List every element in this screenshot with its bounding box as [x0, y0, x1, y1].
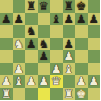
square-c8[interactable]: ♜ [25, 0, 38, 13]
square-f8[interactable]: ♜ [63, 0, 76, 13]
square-g1[interactable]: ♚ [75, 88, 88, 101]
square-d7[interactable] [38, 13, 51, 26]
square-a7[interactable]: ♟ [0, 13, 13, 26]
square-h8[interactable] [88, 0, 101, 13]
black-queen: ♛ [39, 0, 49, 12]
square-c1[interactable] [25, 88, 38, 101]
square-f3[interactable]: ♝ [63, 63, 76, 76]
square-g7[interactable]: ♟ [75, 13, 88, 26]
square-b4[interactable] [13, 50, 26, 63]
black-bishop: ♝ [51, 12, 61, 25]
square-a4[interactable] [0, 50, 13, 63]
square-h3[interactable] [88, 63, 101, 76]
white-king: ♚ [76, 87, 86, 100]
square-b2[interactable]: ♝ [13, 75, 26, 88]
black-knight: ♞ [39, 37, 49, 50]
square-h1[interactable] [88, 88, 101, 101]
square-e2[interactable]: ♛ [50, 75, 63, 88]
square-h5[interactable] [88, 38, 101, 51]
black-pawn: ♟ [76, 12, 86, 25]
white-pawn: ♟ [89, 75, 99, 88]
chess-board: ♜♛♜♚♟♟♝♟♟♟♞♞♟♞♟♟♟♟♟♝♟♝♟♟♛♟♟♜♜♚ [0, 0, 100, 100]
square-c5[interactable]: ♟ [25, 38, 38, 51]
square-b3[interactable]: ♟ [13, 63, 26, 76]
square-a8[interactable] [0, 0, 13, 13]
white-pawn: ♟ [14, 62, 24, 75]
square-g6[interactable] [75, 25, 88, 38]
square-f4[interactable]: ♟ [63, 50, 76, 63]
square-c3[interactable] [25, 63, 38, 76]
square-c7[interactable] [25, 13, 38, 26]
square-b6[interactable] [13, 25, 26, 38]
square-e8[interactable] [50, 0, 63, 13]
square-e1[interactable] [50, 88, 63, 101]
square-e4[interactable] [50, 50, 63, 63]
white-queen: ♛ [51, 75, 61, 88]
black-pawn: ♟ [64, 37, 74, 50]
square-d4[interactable]: ♟ [38, 50, 51, 63]
white-bishop: ♝ [14, 75, 24, 88]
black-knight: ♞ [26, 25, 36, 38]
square-g3[interactable] [75, 63, 88, 76]
square-c4[interactable] [25, 50, 38, 63]
white-pawn: ♟ [39, 75, 49, 88]
square-b7[interactable]: ♟ [13, 13, 26, 26]
square-f5[interactable]: ♟ [63, 38, 76, 51]
square-h6[interactable] [88, 25, 101, 38]
square-f7[interactable]: ♟ [63, 13, 76, 26]
square-g4[interactable] [75, 50, 88, 63]
square-g2[interactable]: ♟ [75, 75, 88, 88]
square-e7[interactable]: ♝ [50, 13, 63, 26]
white-bishop: ♝ [64, 62, 74, 75]
black-pawn: ♟ [26, 37, 36, 50]
square-d8[interactable]: ♛ [38, 0, 51, 13]
square-b1[interactable] [13, 88, 26, 101]
black-pawn: ♟ [89, 12, 99, 25]
square-e5[interactable] [50, 38, 63, 51]
white-rook: ♜ [64, 87, 74, 100]
black-king: ♚ [76, 0, 86, 12]
black-rook: ♜ [26, 0, 36, 12]
black-rook: ♜ [64, 0, 74, 12]
square-a3[interactable] [0, 63, 13, 76]
white-rook: ♜ [1, 87, 11, 100]
square-d2[interactable]: ♟ [38, 75, 51, 88]
square-a6[interactable] [0, 25, 13, 38]
square-e3[interactable]: ♟ [50, 63, 63, 76]
square-a2[interactable]: ♟ [0, 75, 13, 88]
square-d1[interactable] [38, 88, 51, 101]
square-a1[interactable]: ♜ [0, 88, 13, 101]
white-knight: ♞ [14, 37, 24, 50]
square-e6[interactable] [50, 25, 63, 38]
square-c6[interactable]: ♞ [25, 25, 38, 38]
square-d3[interactable] [38, 63, 51, 76]
square-f1[interactable]: ♜ [63, 88, 76, 101]
square-a5[interactable] [0, 38, 13, 51]
black-pawn: ♟ [1, 12, 11, 25]
square-b8[interactable] [13, 0, 26, 13]
square-g5[interactable] [75, 38, 88, 51]
square-h7[interactable]: ♟ [88, 13, 101, 26]
square-b5[interactable]: ♞ [13, 38, 26, 51]
black-pawn: ♟ [39, 50, 49, 63]
white-pawn: ♟ [64, 50, 74, 63]
square-h4[interactable] [88, 50, 101, 63]
square-g8[interactable]: ♚ [75, 0, 88, 13]
square-h2[interactable]: ♟ [88, 75, 101, 88]
white-pawn: ♟ [51, 62, 61, 75]
square-c2[interactable]: ♟ [25, 75, 38, 88]
square-d5[interactable]: ♞ [38, 38, 51, 51]
black-pawn: ♟ [64, 12, 74, 25]
square-f2[interactable] [63, 75, 76, 88]
white-pawn: ♟ [26, 75, 36, 88]
square-d6[interactable] [38, 25, 51, 38]
square-f6[interactable] [63, 25, 76, 38]
black-pawn: ♟ [14, 12, 24, 25]
white-pawn: ♟ [76, 75, 86, 88]
white-pawn: ♟ [1, 75, 11, 88]
